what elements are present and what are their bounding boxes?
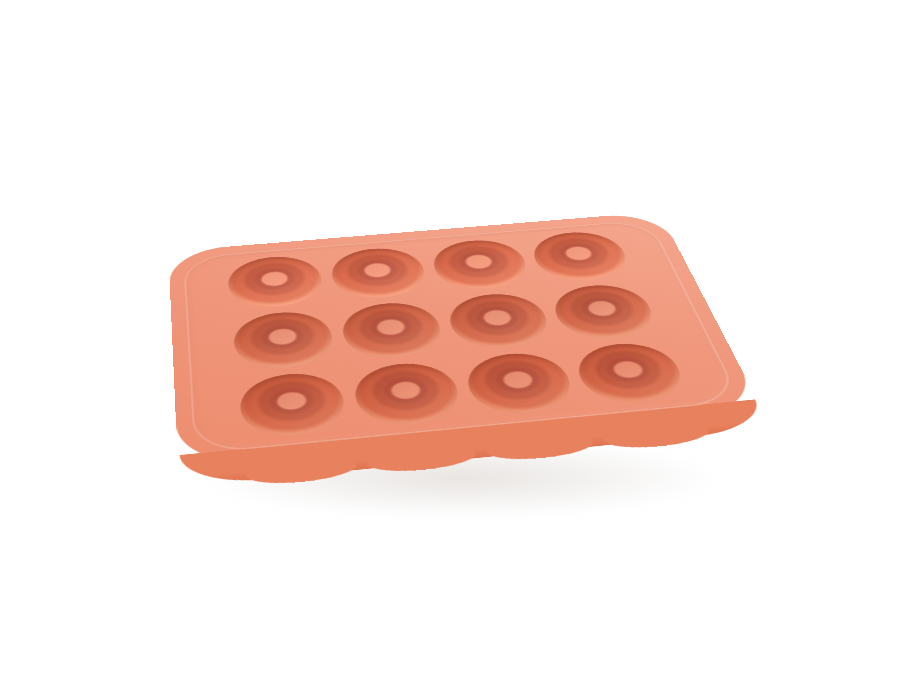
donut-cavity bbox=[232, 309, 337, 372]
scene bbox=[0, 0, 900, 675]
donut-cavity bbox=[350, 360, 465, 429]
donut-cavity bbox=[226, 254, 325, 311]
donut-cavity bbox=[238, 370, 349, 440]
donut-cavity bbox=[526, 229, 634, 283]
donut-cavity bbox=[569, 340, 691, 407]
donut-cavity bbox=[547, 282, 662, 342]
donut-cavity bbox=[428, 237, 533, 292]
donut-mold bbox=[0, 0, 900, 675]
donut-cavity bbox=[338, 300, 446, 362]
donut-cavity bbox=[328, 245, 430, 301]
mold-foot-bump bbox=[600, 420, 713, 452]
donut-cavity bbox=[461, 350, 579, 418]
mold-foot-bump bbox=[245, 454, 358, 487]
mold-foot-bump bbox=[484, 431, 597, 463]
donut-cavity bbox=[443, 291, 554, 352]
mold-tray bbox=[168, 212, 762, 467]
mold-foot-bump bbox=[365, 442, 478, 475]
